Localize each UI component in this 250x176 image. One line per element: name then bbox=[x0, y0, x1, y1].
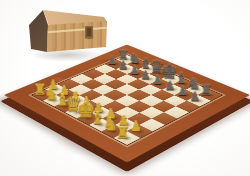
storage-box bbox=[26, 5, 114, 61]
black-pawn-h7[interactable]: ♟ bbox=[187, 90, 204, 102]
box-clasp[interactable] bbox=[85, 26, 93, 38]
white-rook-h1[interactable]: ♜ bbox=[113, 125, 132, 141]
box-lid-seam bbox=[47, 27, 107, 34]
scene: ♜♞♝♛♚♝♞♜♟♟♟♟♟♟♟♟♟♟♟♟♟♟♟♟♜♞♝♛♚♝♞♜ bbox=[0, 0, 250, 176]
